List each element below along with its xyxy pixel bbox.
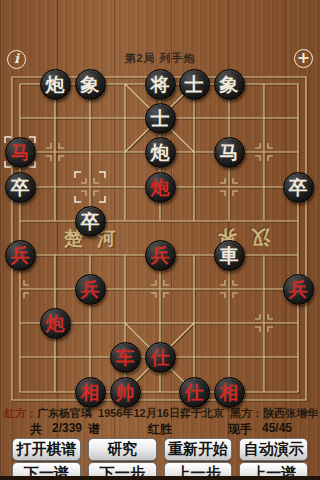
move-counter: 45/45 (262, 421, 292, 435)
auto-demo-button[interactable]: 自动演示 (239, 438, 308, 461)
piece-black-advisor[interactable]: 士 (145, 103, 176, 134)
piece-red-soldier[interactable]: 兵 (5, 240, 36, 271)
piece-black-soldier[interactable]: 卒 (75, 206, 106, 237)
piece-red-advisor[interactable]: 仕 (145, 342, 176, 373)
piece-red-cannon[interactable]: 炮 (40, 308, 71, 339)
players-info-line: 红方：广东杨官璘 1956年12月16日弈于北京 黑方：陕西张增华 (4, 406, 318, 420)
piece-red-king[interactable]: 帅 (110, 377, 141, 408)
app-root: i 第2局 列手炮 + 楚河 汉界 炮象将士象士马炮马卒炮卒卒兵兵車兵兵炮车仕相… (0, 0, 320, 480)
piece-black-soldier[interactable]: 卒 (283, 172, 314, 203)
event-info: 1956年12月16日弈于北京 (98, 406, 224, 420)
piece-red-soldier[interactable]: 兵 (75, 274, 106, 305)
current-move-label: 现手 (228, 421, 252, 438)
piece-black-horse[interactable]: 马 (214, 137, 245, 168)
toolbar-row-1: 打开棋谱 研究 重新开始 自动演示 (12, 438, 308, 461)
red-side-label: 红方： (4, 407, 37, 419)
red-player-name: 广东杨官璘 (37, 407, 92, 419)
piece-red-advisor[interactable]: 仕 (179, 377, 210, 408)
piece-black-chariot[interactable]: 車 (214, 240, 245, 271)
piece-red-soldier[interactable]: 兵 (283, 274, 314, 305)
piece-black-king[interactable]: 将 (145, 69, 176, 100)
piece-black-cannon[interactable]: 炮 (40, 69, 71, 100)
piece-black-soldier[interactable]: 卒 (5, 172, 36, 203)
piece-red-soldier[interactable]: 兵 (145, 240, 176, 271)
game-status-line: 共 2/339 谱 红胜 现手 45/45 (0, 421, 320, 435)
piece-black-elephant[interactable]: 象 (75, 69, 106, 100)
piece-red-chariot[interactable]: 车 (110, 342, 141, 373)
piece-red-elephant[interactable]: 相 (214, 377, 245, 408)
piece-black-cannon[interactable]: 炮 (145, 137, 176, 168)
piece-red-elephant[interactable]: 相 (75, 377, 106, 408)
black-side-label: 黑方： (230, 407, 263, 419)
piece-red-cannon[interactable]: 炮 (145, 172, 176, 203)
piece-black-advisor[interactable]: 士 (179, 69, 210, 100)
piece-black-elephant[interactable]: 象 (214, 69, 245, 100)
black-player-name: 陕西张增华 (263, 407, 318, 419)
bottom-edge (0, 476, 320, 480)
restart-button[interactable]: 重新开始 (164, 438, 233, 461)
open-book-button[interactable]: 打开棋谱 (12, 438, 81, 461)
research-button[interactable]: 研究 (88, 438, 157, 461)
piece-red-horse[interactable]: 马 (5, 137, 36, 168)
